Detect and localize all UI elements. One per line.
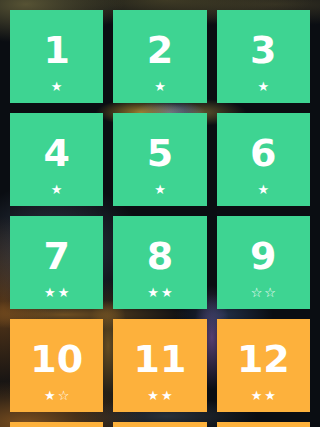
level-number: 1 — [43, 30, 69, 70]
level-tile-14[interactable] — [113, 422, 206, 427]
level-stars: ★ — [152, 183, 168, 197]
level-grid: 1 ★ 2 ★ 3 ★ 4 ★ 5 ★ 6 ★ 7 ★★ 8 ★★ — [0, 0, 320, 427]
level-number: 5 — [147, 133, 173, 173]
level-stars: ★★ — [42, 286, 71, 300]
level-stars: ★★ — [249, 389, 278, 403]
level-number: 6 — [250, 133, 276, 173]
level-tile-1[interactable]: 1 ★ — [10, 10, 103, 103]
level-stars: ★ — [256, 80, 272, 94]
level-tile-4[interactable]: 4 ★ — [10, 113, 103, 206]
level-number: 11 — [134, 339, 187, 379]
level-number: 2 — [147, 30, 173, 70]
level-stars: ★ — [49, 80, 65, 94]
level-stars: ★★ — [145, 286, 174, 300]
level-number: 3 — [250, 30, 276, 70]
level-stars: ☆☆ — [249, 286, 278, 300]
level-select-screen: 1 ★ 2 ★ 3 ★ 4 ★ 5 ★ 6 ★ 7 ★★ 8 ★★ — [0, 0, 320, 427]
level-tile-3[interactable]: 3 ★ — [217, 10, 310, 103]
level-tile-15[interactable] — [217, 422, 310, 427]
level-tile-8[interactable]: 8 ★★ — [113, 216, 206, 309]
level-tile-9[interactable]: 9 ☆☆ — [217, 216, 310, 309]
level-tile-10[interactable]: 10 ★☆ — [10, 319, 103, 412]
level-tile-11[interactable]: 11 ★★ — [113, 319, 206, 412]
level-stars: ★ — [49, 183, 65, 197]
level-tile-12[interactable]: 12 ★★ — [217, 319, 310, 412]
level-stars: ★☆ — [42, 389, 71, 403]
level-number: 10 — [30, 339, 83, 379]
level-tile-6[interactable]: 6 ★ — [217, 113, 310, 206]
level-number: 9 — [250, 236, 276, 276]
level-number: 12 — [237, 339, 290, 379]
level-stars: ★ — [256, 183, 272, 197]
level-tile-2[interactable]: 2 ★ — [113, 10, 206, 103]
level-tile-7[interactable]: 7 ★★ — [10, 216, 103, 309]
level-number: 4 — [43, 133, 69, 173]
level-number: 7 — [43, 236, 69, 276]
level-tile-5[interactable]: 5 ★ — [113, 113, 206, 206]
level-stars: ★ — [152, 80, 168, 94]
level-stars: ★★ — [145, 389, 174, 403]
level-tile-13[interactable] — [10, 422, 103, 427]
level-number: 8 — [147, 236, 173, 276]
